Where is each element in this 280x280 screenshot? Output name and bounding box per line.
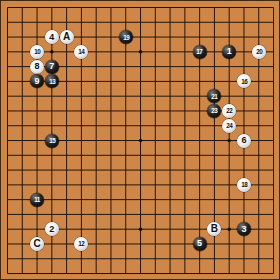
stone-label: 5 bbox=[197, 239, 202, 248]
stone-white-20: 20 bbox=[252, 45, 266, 59]
stone-label: 13 bbox=[49, 78, 55, 85]
stone-label: 9 bbox=[35, 77, 40, 86]
stone-label: 7 bbox=[49, 62, 54, 71]
stone-black-1: 1 bbox=[222, 45, 236, 59]
stone-black-9: 9 bbox=[30, 74, 44, 88]
stone-label: 4 bbox=[49, 33, 54, 42]
stone-white-C: C bbox=[30, 237, 44, 251]
stone-label: B bbox=[211, 224, 218, 234]
stone-black-17: 17 bbox=[193, 45, 207, 59]
stone-label: 12 bbox=[79, 240, 85, 247]
stone-white-A: A bbox=[60, 30, 74, 44]
go-board-diagram: 123456789101112131415161718192021222324A… bbox=[0, 0, 280, 280]
stone-white-22: 22 bbox=[222, 104, 236, 118]
stone-black-7: 7 bbox=[45, 60, 59, 74]
stone-label: 22 bbox=[226, 107, 232, 114]
stone-label: 21 bbox=[212, 93, 218, 100]
stone-black-21: 21 bbox=[207, 89, 221, 103]
stone-label: 11 bbox=[34, 196, 39, 203]
stone-label: C bbox=[33, 239, 40, 249]
stone-black-11: 11 bbox=[30, 193, 44, 207]
stone-label: 24 bbox=[226, 122, 232, 129]
stone-black-15: 15 bbox=[45, 134, 59, 148]
stone-white-4: 4 bbox=[45, 30, 59, 44]
stone-white-2: 2 bbox=[45, 222, 59, 236]
stone-label: 20 bbox=[256, 48, 262, 55]
stone-label: 1 bbox=[227, 47, 232, 56]
stone-label: A bbox=[63, 32, 70, 42]
stone-white-12: 12 bbox=[74, 237, 88, 251]
stone-label: 2 bbox=[49, 225, 54, 234]
stones-layer: 123456789101112131415161718192021222324A… bbox=[1, 1, 280, 280]
stone-black-13: 13 bbox=[45, 74, 59, 88]
stone-white-24: 24 bbox=[222, 119, 236, 133]
stone-label: 19 bbox=[123, 34, 129, 41]
stone-label: 23 bbox=[212, 107, 218, 114]
stone-white-16: 16 bbox=[237, 74, 251, 88]
stone-label: 14 bbox=[79, 48, 85, 55]
stone-white-18: 18 bbox=[237, 178, 251, 192]
stone-white-14: 14 bbox=[74, 45, 88, 59]
stone-black-23: 23 bbox=[207, 104, 221, 118]
stone-label: 15 bbox=[49, 137, 55, 144]
stone-label: 8 bbox=[35, 62, 40, 71]
stone-label: 6 bbox=[241, 136, 246, 145]
stone-label: 17 bbox=[197, 48, 203, 55]
stone-label: 3 bbox=[241, 225, 246, 234]
stone-white-6: 6 bbox=[237, 134, 251, 148]
stone-label: 10 bbox=[34, 48, 40, 55]
stone-label: 18 bbox=[241, 181, 247, 188]
stone-black-3: 3 bbox=[237, 222, 251, 236]
stone-label: 16 bbox=[241, 78, 247, 85]
stone-black-5: 5 bbox=[193, 237, 207, 251]
stone-white-B: B bbox=[207, 222, 221, 236]
stone-black-19: 19 bbox=[119, 30, 133, 44]
stone-white-10: 10 bbox=[30, 45, 44, 59]
stone-white-8: 8 bbox=[30, 60, 44, 74]
